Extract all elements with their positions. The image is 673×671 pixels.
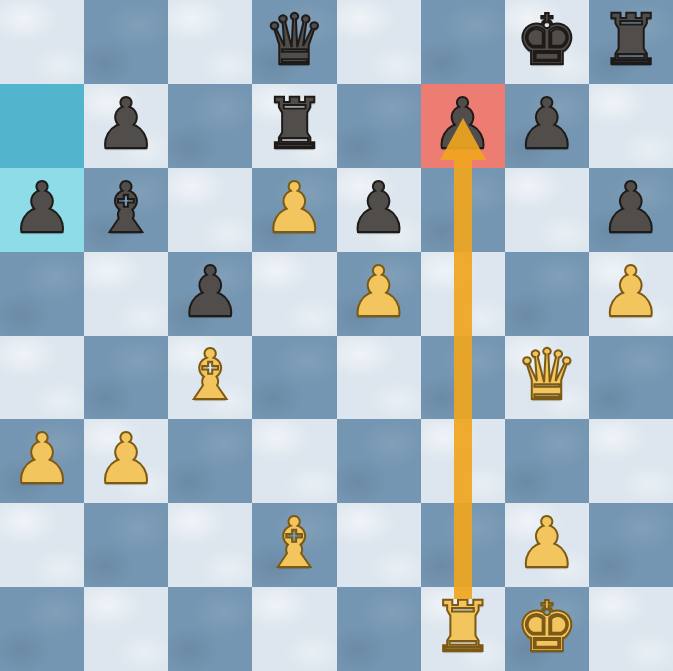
black-pawn[interactable]: ♟ xyxy=(95,89,158,159)
square-a4[interactable] xyxy=(0,336,84,420)
square-e3[interactable] xyxy=(337,419,421,503)
square-f5[interactable] xyxy=(421,252,505,336)
square-h2[interactable] xyxy=(589,503,673,587)
square-h4[interactable] xyxy=(589,336,673,420)
square-a1[interactable] xyxy=(0,587,84,671)
square-b3[interactable]: ♟ xyxy=(84,419,168,503)
white-bishop[interactable]: ♝ xyxy=(179,340,242,410)
square-g3[interactable] xyxy=(505,419,589,503)
black-pawn[interactable]: ♟ xyxy=(431,89,494,159)
black-rook[interactable]: ♜ xyxy=(263,89,326,159)
square-a7[interactable] xyxy=(0,84,84,168)
square-h1[interactable] xyxy=(589,587,673,671)
black-pawn[interactable]: ♟ xyxy=(515,89,578,159)
white-pawn[interactable]: ♟ xyxy=(95,424,158,494)
black-bishop[interactable]: ♝ xyxy=(95,173,158,243)
square-b7[interactable]: ♟ xyxy=(84,84,168,168)
black-pawn[interactable]: ♟ xyxy=(600,173,663,243)
square-e6[interactable]: ♟ xyxy=(337,168,421,252)
white-pawn[interactable]: ♟ xyxy=(347,257,410,327)
square-g2[interactable]: ♟ xyxy=(505,503,589,587)
square-f7[interactable]: ♟ xyxy=(421,84,505,168)
square-f8[interactable] xyxy=(421,0,505,84)
square-b6[interactable]: ♝ xyxy=(84,168,168,252)
black-queen[interactable]: ♛ xyxy=(263,5,326,75)
square-c6[interactable] xyxy=(168,168,252,252)
square-f2[interactable] xyxy=(421,503,505,587)
square-e7[interactable] xyxy=(337,84,421,168)
square-h6[interactable]: ♟ xyxy=(589,168,673,252)
square-e4[interactable] xyxy=(337,336,421,420)
square-c5[interactable]: ♟ xyxy=(168,252,252,336)
black-pawn[interactable]: ♟ xyxy=(179,257,242,327)
square-a6[interactable]: ♟ xyxy=(0,168,84,252)
square-b8[interactable] xyxy=(84,0,168,84)
square-e5[interactable]: ♟ xyxy=(337,252,421,336)
square-g1[interactable]: ♚ xyxy=(505,587,589,671)
square-c8[interactable] xyxy=(168,0,252,84)
white-bishop[interactable]: ♝ xyxy=(263,508,326,578)
square-h5[interactable]: ♟ xyxy=(589,252,673,336)
square-a8[interactable] xyxy=(0,0,84,84)
square-h8[interactable]: ♜ xyxy=(589,0,673,84)
white-pawn[interactable]: ♟ xyxy=(515,508,578,578)
square-g7[interactable]: ♟ xyxy=(505,84,589,168)
square-f6[interactable] xyxy=(421,168,505,252)
square-c2[interactable] xyxy=(168,503,252,587)
square-c1[interactable] xyxy=(168,587,252,671)
square-d8[interactable]: ♛ xyxy=(252,0,336,84)
square-d2[interactable]: ♝ xyxy=(252,503,336,587)
square-g8[interactable]: ♚ xyxy=(505,0,589,84)
white-pawn[interactable]: ♟ xyxy=(11,424,74,494)
square-b4[interactable] xyxy=(84,336,168,420)
square-d4[interactable] xyxy=(252,336,336,420)
white-queen[interactable]: ♛ xyxy=(515,340,578,410)
square-e8[interactable] xyxy=(337,0,421,84)
square-h3[interactable] xyxy=(589,419,673,503)
square-d5[interactable] xyxy=(252,252,336,336)
square-f3[interactable] xyxy=(421,419,505,503)
black-pawn[interactable]: ♟ xyxy=(11,173,74,243)
square-d7[interactable]: ♜ xyxy=(252,84,336,168)
square-c4[interactable]: ♝ xyxy=(168,336,252,420)
square-b2[interactable] xyxy=(84,503,168,587)
square-f4[interactable] xyxy=(421,336,505,420)
square-e2[interactable] xyxy=(337,503,421,587)
square-f1[interactable]: ♜ xyxy=(421,587,505,671)
square-b5[interactable] xyxy=(84,252,168,336)
white-rook[interactable]: ♜ xyxy=(431,592,494,662)
square-e1[interactable] xyxy=(337,587,421,671)
white-pawn[interactable]: ♟ xyxy=(263,173,326,243)
white-pawn[interactable]: ♟ xyxy=(600,257,663,327)
square-c7[interactable] xyxy=(168,84,252,168)
black-king[interactable]: ♚ xyxy=(515,5,578,75)
square-g6[interactable] xyxy=(505,168,589,252)
white-king[interactable]: ♚ xyxy=(515,592,578,662)
square-b1[interactable] xyxy=(84,587,168,671)
square-h7[interactable] xyxy=(589,84,673,168)
square-d6[interactable]: ♟ xyxy=(252,168,336,252)
square-a2[interactable] xyxy=(0,503,84,587)
square-a5[interactable] xyxy=(0,252,84,336)
black-rook[interactable]: ♜ xyxy=(600,5,663,75)
square-g4[interactable]: ♛ xyxy=(505,336,589,420)
square-g5[interactable] xyxy=(505,252,589,336)
square-d3[interactable] xyxy=(252,419,336,503)
black-pawn[interactable]: ♟ xyxy=(347,173,410,243)
chess-board: ♛♚♜♟♜♟♟♟♝♟♟♟♟♟♟♝♛♟♟♝♟♜♚ xyxy=(0,0,673,671)
square-c3[interactable] xyxy=(168,419,252,503)
square-d1[interactable] xyxy=(252,587,336,671)
square-a3[interactable]: ♟ xyxy=(0,419,84,503)
